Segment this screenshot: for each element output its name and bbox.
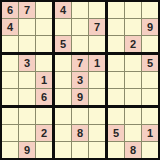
cell-r6c9[interactable] xyxy=(142,89,158,105)
cell-r1c2[interactable]: 7 xyxy=(19,2,35,18)
cell-r4c9[interactable]: 5 xyxy=(142,55,158,71)
cell-r5c2[interactable] xyxy=(19,72,35,88)
cell-r4c6[interactable]: 1 xyxy=(89,55,105,71)
cell-r4c5[interactable]: 7 xyxy=(72,55,88,71)
cell-r2c6[interactable]: 7 xyxy=(89,19,105,35)
cell-r6c2[interactable] xyxy=(19,89,35,105)
cell-r8c9[interactable]: 1 xyxy=(142,125,158,141)
cell-r8c2[interactable] xyxy=(19,125,35,141)
cell-r7c9[interactable] xyxy=(142,108,158,124)
cell-r6c8[interactable] xyxy=(125,89,141,105)
box-0-1: 475 xyxy=(55,2,105,52)
cell-r6c6[interactable] xyxy=(89,89,105,105)
cell-r4c1[interactable] xyxy=(2,55,18,71)
cell-r8c5[interactable]: 8 xyxy=(72,125,88,141)
cell-r6c5[interactable]: 9 xyxy=(72,89,88,105)
cell-r2c4[interactable] xyxy=(55,19,71,35)
cell-r6c1[interactable] xyxy=(2,89,18,105)
cell-r5c9[interactable] xyxy=(142,72,158,88)
cell-r5c8[interactable] xyxy=(125,72,141,88)
cell-r1c6[interactable] xyxy=(89,2,105,18)
cell-r2c1[interactable]: 4 xyxy=(2,19,18,35)
box-2-2: 518 xyxy=(108,108,158,158)
cell-r2c2[interactable] xyxy=(19,19,35,35)
cell-r9c7[interactable] xyxy=(108,142,124,158)
cell-r9c4[interactable] xyxy=(55,142,71,158)
cell-r4c4[interactable] xyxy=(55,55,71,71)
cell-r8c8[interactable] xyxy=(125,125,141,141)
cell-r3c7[interactable] xyxy=(108,36,124,52)
cell-r3c6[interactable] xyxy=(89,36,105,52)
cell-r2c9[interactable]: 9 xyxy=(142,19,158,35)
cell-r5c1[interactable] xyxy=(2,72,18,88)
cell-r2c3[interactable] xyxy=(36,19,52,35)
sudoku-board: 6744759231671395298518 xyxy=(0,0,160,160)
cell-r7c1[interactable] xyxy=(2,108,18,124)
box-0-2: 92 xyxy=(108,2,158,52)
cell-r7c4[interactable] xyxy=(55,108,71,124)
cell-r4c3[interactable] xyxy=(36,55,52,71)
cell-r7c5[interactable] xyxy=(72,108,88,124)
cell-r1c3[interactable] xyxy=(36,2,52,18)
cell-r2c5[interactable] xyxy=(72,19,88,35)
cell-r9c8[interactable]: 8 xyxy=(125,142,141,158)
cell-r8c1[interactable] xyxy=(2,125,18,141)
cell-r3c9[interactable] xyxy=(142,36,158,52)
cell-r9c6[interactable] xyxy=(89,142,105,158)
cell-r8c4[interactable] xyxy=(55,125,71,141)
cell-r6c4[interactable] xyxy=(55,89,71,105)
cell-r9c2[interactable]: 9 xyxy=(19,142,35,158)
cell-r6c7[interactable] xyxy=(108,89,124,105)
cell-r3c3[interactable] xyxy=(36,36,52,52)
cell-r9c9[interactable] xyxy=(142,142,158,158)
cell-r2c8[interactable] xyxy=(125,19,141,35)
box-2-1: 8 xyxy=(55,108,105,158)
cell-r3c4[interactable]: 5 xyxy=(55,36,71,52)
cell-r6c3[interactable]: 6 xyxy=(36,89,52,105)
cell-r5c3[interactable]: 1 xyxy=(36,72,52,88)
cell-r7c7[interactable] xyxy=(108,108,124,124)
cell-r4c8[interactable] xyxy=(125,55,141,71)
sudoku-boxes-grid: 6744759231671395298518 xyxy=(2,2,158,158)
cell-r3c1[interactable] xyxy=(2,36,18,52)
box-1-2: 5 xyxy=(108,55,158,105)
cell-r3c5[interactable] xyxy=(72,36,88,52)
cell-r4c2[interactable]: 3 xyxy=(19,55,35,71)
box-0-0: 674 xyxy=(2,2,52,52)
box-1-0: 316 xyxy=(2,55,52,105)
cell-r5c6[interactable] xyxy=(89,72,105,88)
cell-r7c8[interactable] xyxy=(125,108,141,124)
box-2-0: 29 xyxy=(2,108,52,158)
cell-r1c8[interactable] xyxy=(125,2,141,18)
cell-r1c1[interactable]: 6 xyxy=(2,2,18,18)
cell-r1c5[interactable] xyxy=(72,2,88,18)
cell-r9c3[interactable] xyxy=(36,142,52,158)
cell-r8c3[interactable]: 2 xyxy=(36,125,52,141)
cell-r3c2[interactable] xyxy=(19,36,35,52)
cell-r7c3[interactable] xyxy=(36,108,52,124)
box-1-1: 7139 xyxy=(55,55,105,105)
cell-r3c8[interactable]: 2 xyxy=(125,36,141,52)
cell-r7c6[interactable] xyxy=(89,108,105,124)
cell-r5c7[interactable] xyxy=(108,72,124,88)
cell-r2c7[interactable] xyxy=(108,19,124,35)
cell-r9c1[interactable] xyxy=(2,142,18,158)
cell-r8c6[interactable] xyxy=(89,125,105,141)
cell-r5c5[interactable]: 3 xyxy=(72,72,88,88)
cell-r1c4[interactable]: 4 xyxy=(55,2,71,18)
cell-r1c9[interactable] xyxy=(142,2,158,18)
cell-r7c2[interactable] xyxy=(19,108,35,124)
cell-r9c5[interactable] xyxy=(72,142,88,158)
cell-r5c4[interactable] xyxy=(55,72,71,88)
cell-r1c7[interactable] xyxy=(108,2,124,18)
cell-r4c7[interactable] xyxy=(108,55,124,71)
cell-r8c7[interactable]: 5 xyxy=(108,125,124,141)
